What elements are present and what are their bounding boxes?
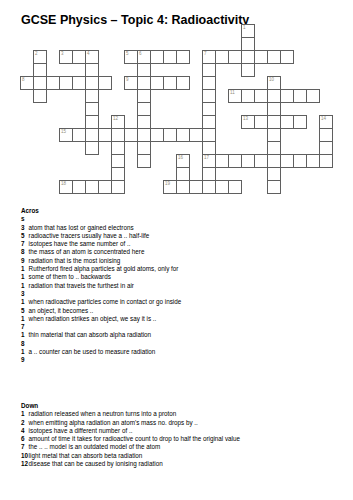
crossword-cell[interactable] (254, 89, 268, 103)
across-clue-text: radiation that travels the furthest in a… (29, 282, 134, 290)
across-clue-number: 7 (21, 240, 29, 248)
clue-number-label: 12 (113, 116, 118, 121)
across-clue-number: 1 (21, 273, 29, 281)
clue-number-label: 7 (204, 51, 207, 56)
crossword-cell[interactable]: 12 (111, 115, 125, 129)
crossword-cell[interactable] (280, 115, 294, 129)
crossword-cell[interactable] (280, 154, 294, 168)
crossword-cell[interactable] (137, 63, 151, 77)
across-clue-number: 9 (21, 257, 29, 265)
crossword-cell[interactable]: 14 (319, 115, 333, 129)
crossword-cell[interactable] (241, 154, 255, 168)
crossword-cell[interactable] (33, 76, 47, 90)
crossword-cell[interactable] (241, 89, 255, 103)
clue-number-label: 1 (243, 25, 246, 30)
crossword-cell[interactable] (254, 154, 268, 168)
across-clue-text: the mass of an atom is concentrated here (29, 248, 145, 256)
crossword-cell[interactable] (280, 50, 294, 64)
crossword-cell[interactable] (319, 128, 333, 142)
crossword-cell[interactable]: 1 (241, 24, 255, 38)
crossword-cell[interactable] (85, 115, 99, 129)
crossword-cell[interactable] (267, 50, 281, 64)
crossword-cell[interactable] (85, 180, 99, 194)
crossword-cell[interactable] (202, 167, 216, 181)
crossword-cell[interactable] (280, 89, 294, 103)
across-clue-line: 1Rutherford fired alpha particles at gol… (21, 265, 181, 273)
across-clue-line: 1thin material that can absorb alpha rad… (21, 331, 181, 339)
crossword-cell[interactable] (150, 50, 164, 64)
crossword-cell[interactable] (85, 63, 99, 77)
crossword-cell[interactable] (319, 141, 333, 155)
across-clue-line: 5radioactive tracers usually have a .. h… (21, 232, 181, 240)
crossword-cell[interactable] (306, 154, 320, 168)
crossword-cell[interactable]: 8 (20, 76, 34, 90)
crossword-cell[interactable] (137, 141, 151, 155)
clue-number-label: 10 (269, 77, 274, 82)
down-clue-number: 2 (21, 419, 29, 427)
crossword-cell[interactable] (267, 89, 281, 103)
down-clue-text: amount of time it takes for radioactive … (29, 435, 240, 443)
across-clue-line: 9 (21, 356, 181, 364)
down-clue-number: 7 (21, 443, 29, 451)
clue-number-label: 9 (126, 77, 129, 82)
clue-number-label: 14 (321, 116, 326, 121)
across-clue-number: 1 (21, 315, 29, 323)
crossword-cell[interactable] (202, 89, 216, 103)
crossword-cell[interactable] (267, 180, 281, 194)
crossword-cell[interactable]: 13 (241, 115, 255, 129)
crossword-grid: 12345678910111213141516171819 (20, 24, 333, 194)
crossword-cell[interactable] (137, 89, 151, 103)
crossword-cell[interactable] (137, 102, 151, 116)
crossword-cell[interactable] (85, 76, 99, 90)
crossword-cell[interactable]: 4 (85, 50, 99, 64)
crossword-cell[interactable] (137, 154, 151, 168)
crossword-cell[interactable] (85, 141, 99, 155)
crossword-cell[interactable] (111, 167, 125, 181)
crossword-cell[interactable] (150, 76, 164, 90)
crossword-cell[interactable] (176, 50, 190, 64)
crossword-cell[interactable] (163, 128, 177, 142)
crossword-cell[interactable] (176, 167, 190, 181)
across-clue-text: an object, it becomes .. (29, 307, 94, 315)
across-clue-line: 8 (21, 340, 181, 348)
down-clue-text: when emitting alpha radiation an atom's … (29, 419, 198, 427)
crossword-cell[interactable]: 17 (202, 154, 216, 168)
crossword-cell[interactable] (72, 50, 86, 64)
crossword-cell[interactable] (111, 141, 125, 155)
crossword-cell[interactable]: 15 (59, 128, 73, 142)
crossword-cell[interactable] (111, 128, 125, 142)
crossword-cell[interactable] (176, 180, 190, 194)
across-header: Acros (21, 207, 181, 215)
crossword-cell[interactable] (33, 89, 47, 103)
crossword-cell[interactable] (254, 115, 268, 129)
crossword-cell[interactable] (267, 141, 281, 155)
crossword-cell[interactable] (98, 76, 112, 90)
crossword-cell[interactable]: 6 (137, 50, 151, 64)
across-clue-line: 9radiation that is the most ionising (21, 257, 181, 265)
across-clue-line: 7isotopes have the same number of .. (21, 240, 181, 248)
clue-number-label: 5 (126, 51, 129, 56)
crossword-cell[interactable] (202, 128, 216, 142)
across-clue-text: radiation that is the most ionising (29, 257, 121, 265)
crossword-cell[interactable] (137, 128, 151, 142)
crossword-cell[interactable] (202, 180, 216, 194)
across-clue-list: Across3atom that has lost or gained elec… (21, 207, 181, 365)
across-clue-line: 1when radiation strikes an object, we sa… (21, 315, 181, 323)
crossword-cell[interactable] (215, 50, 229, 64)
crossword-cell[interactable] (150, 128, 164, 142)
across-clue-text: atom that has lost or gained electrons (29, 224, 134, 232)
crossword-cell[interactable]: 7 (202, 50, 216, 64)
across-clue-text: radioactive tracers usually have a .. ha… (29, 232, 150, 240)
across-clue-text: isotopes have the same number of .. (29, 240, 131, 248)
crossword-cell[interactable] (306, 89, 320, 103)
down-clue-list: Down1radiation released when a neutron t… (21, 402, 240, 468)
crossword-cell[interactable] (202, 115, 216, 129)
crossword-cell[interactable] (293, 115, 307, 129)
crossword-cell[interactable] (254, 50, 268, 64)
crossword-cell[interactable] (85, 89, 99, 103)
across-clue-line: 8the mass of an atom is concentrated her… (21, 248, 181, 256)
crossword-cell[interactable] (137, 115, 151, 129)
clue-number-label: 11 (230, 90, 235, 95)
crossword-cell[interactable] (85, 102, 99, 116)
down-clue-number: 10 (21, 452, 29, 460)
clue-number-label: 17 (204, 155, 209, 160)
crossword-cell[interactable] (228, 180, 242, 194)
crossword-cell[interactable]: 9 (124, 76, 138, 90)
down-clue-number: 12 (21, 460, 29, 468)
crossword-cell[interactable] (267, 167, 281, 181)
clue-number-label: 2 (35, 51, 38, 56)
crossword-cell[interactable] (267, 128, 281, 142)
crossword-cell[interactable]: 3 (59, 50, 73, 64)
crossword-cell[interactable] (228, 50, 242, 64)
down-clue-line: 6amount of time it takes for radioactive… (21, 435, 240, 443)
crossword-cell[interactable] (111, 154, 125, 168)
crossword-cell[interactable]: 18 (59, 180, 73, 194)
across-clue-number: 3 (21, 224, 29, 232)
across-clue-number: 1 (21, 298, 29, 306)
crossword-cell[interactable] (124, 128, 138, 142)
crossword-cell[interactable] (202, 102, 216, 116)
down-clue-line: 12disease that can be caused by ionising… (21, 460, 240, 468)
crossword-cell[interactable] (59, 76, 73, 90)
across-clue-number: 8 (21, 248, 29, 256)
across-clue-number: 8 (21, 340, 29, 348)
crossword-cell[interactable] (98, 180, 112, 194)
clue-number-label: 6 (139, 51, 142, 56)
down-clue-text: light metal that can absorb beta radiati… (29, 452, 143, 460)
across-clue-number: 7 (21, 323, 29, 331)
crossword-cell[interactable] (176, 76, 190, 90)
crossword-cell[interactable] (241, 63, 255, 77)
across-clue-line: 1some of them to .. backwards (21, 273, 181, 281)
across-clue-number: 9 (21, 356, 29, 364)
across-clue-number: 1 (21, 282, 29, 290)
across-clue-number: 1 (21, 331, 29, 339)
crossword-cell[interactable] (228, 154, 242, 168)
crossword-cell[interactable] (163, 50, 177, 64)
crossword-cell[interactable]: 19 (163, 180, 177, 194)
crossword-cell[interactable] (189, 180, 203, 194)
across-clue-number: 3 (21, 290, 29, 298)
across-clue-number: 1 (21, 348, 29, 356)
crossword-cell[interactable] (98, 128, 112, 142)
crossword-cell[interactable]: 10 (267, 76, 281, 90)
down-clue-line: 2when emitting alpha radiation an atom's… (21, 419, 240, 427)
across-clue-text: when radiation strikes an object, we say… (29, 315, 157, 323)
across-clue-text: Rutherford fired alpha particles at gold… (29, 265, 179, 273)
crossword-cell[interactable] (202, 76, 216, 90)
crossword-cell[interactable] (137, 76, 151, 90)
crossword-cell[interactable] (189, 128, 203, 142)
crossword-cell[interactable]: 5 (124, 50, 138, 64)
crossword-cell[interactable]: 2 (33, 50, 47, 64)
crossword-cell[interactable] (72, 180, 86, 194)
crossword-cell[interactable] (267, 115, 281, 129)
crossword-cell[interactable] (241, 50, 255, 64)
across-clue-text: thin material that can absorb alpha radi… (29, 331, 152, 339)
down-clue-line: 10light metal that can absorb beta radia… (21, 452, 240, 460)
crossword-cell[interactable] (46, 76, 60, 90)
crossword-cell[interactable] (319, 154, 333, 168)
down-clue-number: 6 (21, 435, 29, 443)
clue-number-label: 3 (61, 51, 64, 56)
down-clue-text: disease that can be caused by ionising r… (29, 460, 163, 468)
clue-number-label: 4 (87, 51, 90, 56)
crossword-cell[interactable] (111, 180, 125, 194)
clue-number-label: 13 (243, 116, 248, 121)
across-clue-number: 5 (21, 307, 29, 315)
across-clue-line: 1radiation that travels the furthest in … (21, 282, 181, 290)
across-clue-number: 1 (21, 265, 29, 273)
down-clue-line: 4isotopes have a different number of .. (21, 427, 240, 435)
across-clue-line: 5an object, it becomes .. (21, 307, 181, 315)
across-clue-number: 5 (21, 232, 29, 240)
crossword-cell[interactable] (202, 63, 216, 77)
down-clue-text: the .. .. model is an outdated model of … (29, 443, 161, 451)
crossword-cell[interactable] (293, 154, 307, 168)
crossword-cell[interactable] (202, 141, 216, 155)
down-clue-line: 7the .. .. model is an outdated model of… (21, 443, 240, 451)
clue-number-label: 15 (61, 129, 66, 134)
clue-number-label: 8 (22, 77, 25, 82)
crossword-cell[interactable] (215, 180, 229, 194)
across-clue-text: a .. counter can be used to measure radi… (29, 348, 156, 356)
crossword-cell[interactable] (163, 76, 177, 90)
down-clue-text: radiation released when a neutron turns … (29, 410, 177, 418)
across-clue-line: 7 (21, 323, 181, 331)
crossword-cell[interactable] (72, 128, 86, 142)
crossword-cell[interactable]: 16 (176, 154, 190, 168)
down-clue-line: 1radiation released when a neutron turns… (21, 410, 240, 418)
across-clue-line: 3 (21, 290, 181, 298)
crossword-cell[interactable]: 11 (228, 89, 242, 103)
across-header: s (21, 215, 181, 223)
crossword-cell[interactable] (215, 154, 229, 168)
across-clue-line: 1when radioactive particles come in cont… (21, 298, 181, 306)
crossword-cell[interactable] (33, 63, 47, 77)
crossword-cell[interactable] (85, 128, 99, 142)
crossword-cell[interactable] (176, 128, 190, 142)
clue-number-label: 18 (61, 181, 66, 186)
clue-number-label: 16 (178, 155, 183, 160)
clue-number-label: 19 (165, 181, 170, 186)
across-clue-line: 3atom that has lost or gained electrons (21, 224, 181, 232)
worksheet-page: GCSE Physics – Topic 4: Radioactivity 12… (0, 0, 353, 500)
down-clue-number: 1 (21, 410, 29, 418)
across-clue-text: some of them to .. backwards (29, 273, 111, 281)
crossword-cell[interactable] (293, 89, 307, 103)
down-header: Down (21, 402, 240, 410)
across-clue-text: when radioactive particles come in conta… (29, 298, 182, 306)
down-clue-number: 4 (21, 427, 29, 435)
down-clue-text: isotopes have a different number of .. (29, 427, 133, 435)
crossword-cell[interactable] (241, 37, 255, 51)
crossword-cell[interactable] (72, 76, 86, 90)
crossword-cell[interactable] (267, 102, 281, 116)
crossword-cell[interactable] (267, 154, 281, 168)
across-clue-line: 1a .. counter can be used to measure rad… (21, 348, 181, 356)
